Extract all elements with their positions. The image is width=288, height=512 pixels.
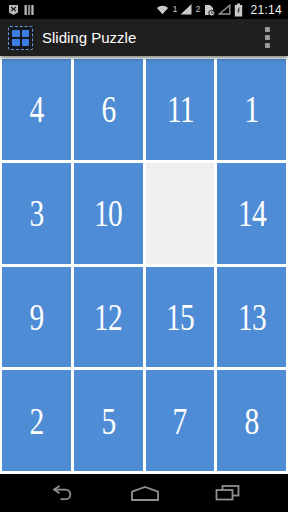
action-bar: Sliding Puzzle: [0, 19, 288, 56]
tile-1[interactable]: 1: [217, 59, 286, 160]
page-title: Sliding Puzzle: [42, 29, 136, 46]
no-signal-triangle-icon: [218, 4, 231, 15]
tile-number: 4: [29, 87, 43, 132]
overflow-menu-icon[interactable]: [263, 23, 272, 52]
tile-number: 15: [166, 294, 194, 339]
tile-11[interactable]: 11: [146, 59, 215, 160]
tile-number: 6: [101, 87, 115, 132]
status-bar: 1 2 21:14: [0, 0, 288, 19]
tile-5[interactable]: 5: [74, 370, 143, 471]
wifi-icon: [156, 4, 169, 15]
app-icon: [8, 26, 33, 50]
wifi-level-label: 1: [172, 5, 177, 14]
screen: 1 2 21:14 Sliding Puzzle: [0, 0, 288, 512]
tile-number: 1: [245, 87, 259, 132]
tile-number: 3: [29, 190, 43, 235]
navigation-bar: [0, 474, 288, 512]
tile-number: 8: [245, 398, 259, 443]
tile-number: 9: [29, 294, 43, 339]
tile-12[interactable]: 12: [74, 267, 143, 368]
tile-10[interactable]: 10: [74, 163, 143, 264]
tile-7[interactable]: 7: [146, 370, 215, 471]
tile-2[interactable]: 2: [2, 370, 71, 471]
tile-8[interactable]: 8: [217, 370, 286, 471]
tile-number: 13: [238, 294, 266, 339]
tile-number: 12: [94, 294, 122, 339]
tile-14[interactable]: 14: [217, 163, 286, 264]
status-right-icons: 1 2 21:14: [156, 3, 282, 17]
tile-4[interactable]: 4: [2, 59, 71, 160]
tile-9[interactable]: 9: [2, 267, 71, 368]
tile-number: 5: [101, 398, 115, 443]
tile-3[interactable]: 3: [2, 163, 71, 264]
tile-6[interactable]: 6: [74, 59, 143, 160]
tile-number: 14: [238, 190, 266, 235]
tile-13[interactable]: 13: [217, 267, 286, 368]
signal-strength-icon: [180, 4, 192, 15]
tile-15[interactable]: 15: [146, 267, 215, 368]
tile-number: 7: [173, 398, 187, 443]
back-icon[interactable]: [49, 485, 75, 501]
sim-label: 2: [195, 5, 200, 14]
bars-icon: [24, 4, 34, 16]
status-left-icons: [8, 4, 34, 16]
recents-icon[interactable]: [215, 485, 240, 501]
battery-icon: [234, 3, 243, 17]
tile-number: 10: [94, 190, 122, 235]
home-icon[interactable]: [131, 486, 159, 501]
sim-clock-icon: [203, 4, 215, 16]
tile-number: 11: [166, 87, 193, 132]
notification-close-icon: [8, 4, 19, 16]
clock: 21:14: [250, 3, 282, 17]
empty-cell: [146, 163, 215, 264]
puzzle-board: 461113101491215132578: [0, 56, 288, 474]
tile-number: 2: [29, 398, 43, 443]
